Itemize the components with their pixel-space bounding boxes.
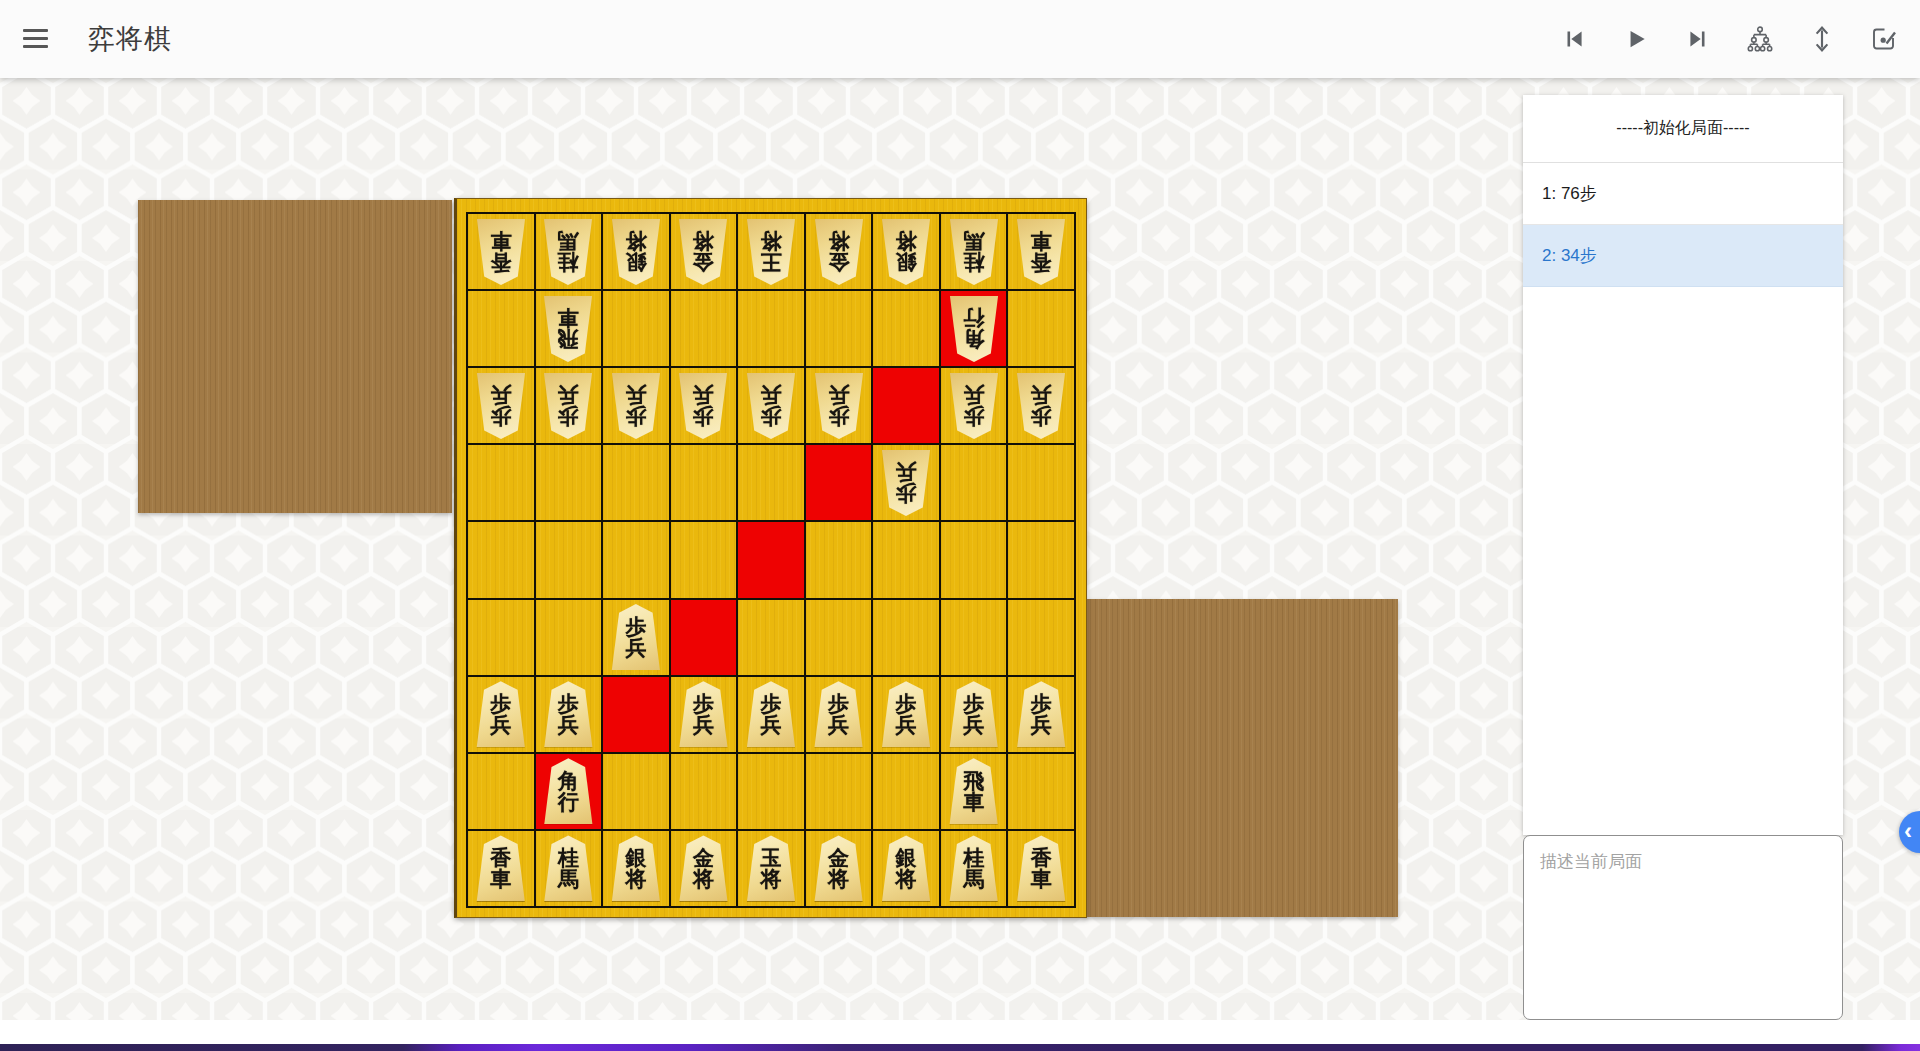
board-square[interactable] bbox=[738, 522, 804, 597]
board-square[interactable]: 香車 bbox=[1008, 831, 1074, 906]
shogi-piece[interactable]: 香車 bbox=[1013, 835, 1069, 901]
shogi-piece[interactable]: 香車 bbox=[473, 219, 529, 285]
board-square[interactable] bbox=[603, 677, 669, 752]
piece-kanji: 兵 bbox=[828, 714, 849, 735]
piece-kanji: 将 bbox=[625, 868, 646, 889]
board-square[interactable] bbox=[468, 754, 534, 829]
shogi-piece[interactable]: 王将 bbox=[743, 219, 799, 285]
position-description-input[interactable] bbox=[1523, 835, 1843, 1020]
shogi-piece[interactable]: 歩兵 bbox=[1013, 373, 1069, 439]
move-list-item[interactable]: 1: 76步 bbox=[1523, 163, 1843, 225]
board-square[interactable]: 歩兵 bbox=[941, 368, 1007, 443]
board-square[interactable] bbox=[941, 600, 1007, 675]
board-square[interactable]: 歩兵 bbox=[468, 368, 534, 443]
piece-kanji: 将 bbox=[760, 230, 781, 251]
board-square[interactable]: 歩兵 bbox=[941, 677, 1007, 752]
piece-kanji: 兵 bbox=[896, 714, 917, 735]
board-square[interactable] bbox=[603, 754, 669, 829]
piece-kanji: 歩 bbox=[760, 693, 781, 714]
piece-kanji: 車 bbox=[1031, 230, 1052, 251]
piece-kanji: 歩 bbox=[760, 406, 781, 427]
shogi-piece[interactable]: 銀将 bbox=[608, 835, 664, 901]
board-square[interactable] bbox=[873, 754, 939, 829]
board-square[interactable]: 玉将 bbox=[738, 831, 804, 906]
piece-kanji: 銀 bbox=[625, 252, 646, 273]
piece-kanji: 車 bbox=[490, 230, 511, 251]
piece-kanji: 兵 bbox=[490, 714, 511, 735]
piece-kanji: 将 bbox=[760, 868, 781, 889]
top-app-bar: 弈将棋 bbox=[0, 0, 1920, 78]
flip-board-icon[interactable] bbox=[1808, 25, 1836, 53]
piece-kanji: 玉 bbox=[760, 847, 781, 868]
piece-kanji: 車 bbox=[963, 791, 984, 812]
board-square[interactable] bbox=[536, 445, 602, 520]
chevron-left-icon: ‹ bbox=[1904, 817, 1912, 845]
board-square[interactable] bbox=[873, 600, 939, 675]
board-square[interactable] bbox=[468, 291, 534, 366]
bottom-progress-bar bbox=[0, 1044, 1920, 1051]
piece-kanji: 金 bbox=[828, 252, 849, 273]
piece-kanji: 歩 bbox=[828, 406, 849, 427]
shogi-piece[interactable]: 歩兵 bbox=[811, 373, 867, 439]
shogi-piece[interactable]: 金将 bbox=[675, 835, 731, 901]
board-square[interactable]: 歩兵 bbox=[671, 368, 737, 443]
board-square[interactable]: 桂馬 bbox=[941, 214, 1007, 289]
play-icon[interactable] bbox=[1622, 25, 1650, 53]
shogi-piece[interactable]: 飛車 bbox=[946, 758, 1002, 824]
board-square[interactable]: 飛車 bbox=[941, 754, 1007, 829]
board-square[interactable] bbox=[873, 368, 939, 443]
shogi-piece[interactable]: 桂馬 bbox=[540, 835, 596, 901]
shogi-piece[interactable]: 歩兵 bbox=[878, 450, 934, 516]
piece-kanji: 桂 bbox=[963, 847, 984, 868]
shogi-piece[interactable]: 銀将 bbox=[878, 219, 934, 285]
board-square[interactable] bbox=[941, 522, 1007, 597]
shogi-board: 香車桂馬銀将金将王将金将銀将桂馬香車飛車角行歩兵歩兵歩兵歩兵歩兵歩兵歩兵歩兵歩兵… bbox=[454, 198, 1087, 918]
skip-next-icon[interactable] bbox=[1684, 25, 1712, 53]
board-square[interactable]: 金将 bbox=[806, 214, 872, 289]
piece-kanji: 桂 bbox=[558, 847, 579, 868]
board-square[interactable]: 歩兵 bbox=[873, 445, 939, 520]
move-list-panel: -----初始化局面----- 1: 76步2: 34步 bbox=[1523, 95, 1843, 835]
piece-kanji: 金 bbox=[693, 252, 714, 273]
board-square[interactable]: 歩兵 bbox=[1008, 368, 1074, 443]
shogi-piece[interactable]: 歩兵 bbox=[473, 681, 529, 747]
board-square[interactable]: 銀将 bbox=[603, 831, 669, 906]
shogi-piece[interactable]: 飛車 bbox=[540, 296, 596, 362]
piece-kanji: 銀 bbox=[625, 847, 646, 868]
board-square[interactable] bbox=[468, 445, 534, 520]
shogi-piece[interactable]: 歩兵 bbox=[473, 373, 529, 439]
toolbar bbox=[1560, 0, 1898, 78]
piece-kanji: 金 bbox=[828, 847, 849, 868]
piece-kanji: 車 bbox=[490, 868, 511, 889]
shogi-piece[interactable]: 角行 bbox=[946, 296, 1002, 362]
board-square[interactable] bbox=[671, 754, 737, 829]
piece-kanji: 兵 bbox=[558, 714, 579, 735]
board-square[interactable] bbox=[1008, 522, 1074, 597]
shogi-piece[interactable]: 歩兵 bbox=[540, 681, 596, 747]
piece-kanji: 将 bbox=[625, 230, 646, 251]
board-square[interactable]: 香車 bbox=[1008, 214, 1074, 289]
menu-icon[interactable] bbox=[23, 29, 48, 48]
shogi-piece[interactable]: 歩兵 bbox=[743, 373, 799, 439]
edit-record-icon[interactable] bbox=[1870, 25, 1898, 53]
piece-kanji: 金 bbox=[693, 847, 714, 868]
board-square[interactable] bbox=[873, 291, 939, 366]
board-square[interactable]: 角行 bbox=[941, 291, 1007, 366]
board-square[interactable]: 歩兵 bbox=[806, 368, 872, 443]
board-square[interactable] bbox=[806, 754, 872, 829]
piece-kanji: 歩 bbox=[693, 406, 714, 427]
piece-kanji: 歩 bbox=[693, 693, 714, 714]
piece-kanji: 将 bbox=[693, 868, 714, 889]
shogi-piece[interactable]: 歩兵 bbox=[878, 681, 934, 747]
piece-kanji: 歩 bbox=[490, 406, 511, 427]
piece-kanji: 香 bbox=[490, 847, 511, 868]
board-square[interactable]: 歩兵 bbox=[603, 600, 669, 675]
board-square[interactable]: 銀将 bbox=[603, 214, 669, 289]
piece-kanji: 銀 bbox=[896, 252, 917, 273]
piece-kanji: 歩 bbox=[896, 483, 917, 504]
shogi-piece[interactable]: 香車 bbox=[473, 835, 529, 901]
shogi-piece[interactable]: 歩兵 bbox=[675, 681, 731, 747]
shogi-piece[interactable]: 歩兵 bbox=[540, 373, 596, 439]
main-content: 香車桂馬銀将金将王将金将銀将桂馬香車飛車角行歩兵歩兵歩兵歩兵歩兵歩兵歩兵歩兵歩兵… bbox=[0, 78, 1920, 1020]
board-square[interactable]: 歩兵 bbox=[738, 368, 804, 443]
piece-kanji: 歩 bbox=[896, 693, 917, 714]
piece-kanji: 将 bbox=[693, 230, 714, 251]
board-square[interactable] bbox=[671, 445, 737, 520]
piece-kanji: 歩 bbox=[963, 693, 984, 714]
board-square[interactable] bbox=[806, 445, 872, 520]
board-square[interactable] bbox=[1008, 445, 1074, 520]
shogi-piece[interactable]: 金将 bbox=[675, 219, 731, 285]
board-square[interactable]: 桂馬 bbox=[941, 831, 1007, 906]
board-square[interactable] bbox=[468, 522, 534, 597]
board-square[interactable]: 歩兵 bbox=[536, 677, 602, 752]
board-square[interactable]: 金将 bbox=[671, 214, 737, 289]
shogi-piece[interactable]: 金将 bbox=[811, 835, 867, 901]
piece-kanji: 兵 bbox=[490, 384, 511, 405]
sente-piece-stand bbox=[1084, 599, 1398, 917]
piece-kanji: 角 bbox=[558, 770, 579, 791]
board-square[interactable] bbox=[671, 291, 737, 366]
piece-kanji: 車 bbox=[1031, 868, 1052, 889]
piece-kanji: 桂 bbox=[558, 252, 579, 273]
board-square[interactable]: 角行 bbox=[536, 754, 602, 829]
piece-kanji: 歩 bbox=[625, 406, 646, 427]
shogi-piece[interactable]: 桂馬 bbox=[540, 219, 596, 285]
shogi-piece[interactable]: 歩兵 bbox=[608, 604, 664, 670]
piece-kanji: 兵 bbox=[963, 384, 984, 405]
piece-kanji: 兵 bbox=[896, 461, 917, 482]
board-square[interactable] bbox=[738, 754, 804, 829]
board-square[interactable]: 飛車 bbox=[536, 291, 602, 366]
board-square[interactable] bbox=[1008, 754, 1074, 829]
page-title: 弈将棋 bbox=[88, 0, 172, 78]
piece-kanji: 桂 bbox=[963, 252, 984, 273]
piece-kanji: 歩 bbox=[558, 693, 579, 714]
piece-kanji: 兵 bbox=[1031, 384, 1052, 405]
piece-kanji: 飛 bbox=[963, 770, 984, 791]
piece-kanji: 香 bbox=[490, 252, 511, 273]
piece-kanji: 歩 bbox=[490, 693, 511, 714]
board-square[interactable]: 歩兵 bbox=[536, 368, 602, 443]
board-square[interactable]: 歩兵 bbox=[738, 677, 804, 752]
piece-kanji: 行 bbox=[963, 307, 984, 328]
board-square[interactable] bbox=[536, 522, 602, 597]
board-square[interactable] bbox=[468, 600, 534, 675]
shogi-piece[interactable]: 歩兵 bbox=[1013, 681, 1069, 747]
shogi-piece[interactable]: 桂馬 bbox=[946, 835, 1002, 901]
board-square[interactable]: 歩兵 bbox=[806, 677, 872, 752]
shogi-piece[interactable]: 歩兵 bbox=[811, 681, 867, 747]
piece-kanji: 歩 bbox=[625, 616, 646, 637]
board-square[interactable] bbox=[806, 600, 872, 675]
board-square[interactable]: 桂馬 bbox=[536, 831, 602, 906]
piece-kanji: 馬 bbox=[558, 230, 579, 251]
board-square[interactable] bbox=[671, 522, 737, 597]
piece-kanji: 馬 bbox=[963, 868, 984, 889]
board-square[interactable]: 歩兵 bbox=[1008, 677, 1074, 752]
piece-kanji: 将 bbox=[828, 230, 849, 251]
board-square[interactable] bbox=[738, 291, 804, 366]
board-square[interactable]: 王将 bbox=[738, 214, 804, 289]
board-square[interactable] bbox=[536, 600, 602, 675]
board-square[interactable] bbox=[738, 445, 804, 520]
piece-kanji: 兵 bbox=[693, 714, 714, 735]
piece-kanji: 兵 bbox=[625, 384, 646, 405]
board-square[interactable]: 金将 bbox=[671, 831, 737, 906]
piece-kanji: 歩 bbox=[963, 406, 984, 427]
piece-kanji: 角 bbox=[963, 329, 984, 350]
piece-kanji: 車 bbox=[558, 307, 579, 328]
board-square[interactable]: 歩兵 bbox=[468, 677, 534, 752]
board-square[interactable] bbox=[603, 445, 669, 520]
board-square[interactable]: 香車 bbox=[468, 831, 534, 906]
shogi-piece[interactable]: 歩兵 bbox=[743, 681, 799, 747]
piece-kanji: 将 bbox=[896, 868, 917, 889]
shogi-piece[interactable]: 歩兵 bbox=[675, 373, 731, 439]
piece-kanji: 兵 bbox=[760, 714, 781, 735]
board-square[interactable]: 金将 bbox=[806, 831, 872, 906]
piece-kanji: 兵 bbox=[760, 384, 781, 405]
board-square[interactable]: 歩兵 bbox=[671, 677, 737, 752]
board-square[interactable] bbox=[873, 522, 939, 597]
piece-kanji: 歩 bbox=[558, 406, 579, 427]
shogi-piece[interactable]: 歩兵 bbox=[946, 681, 1002, 747]
move-list-header: -----初始化局面----- bbox=[1523, 95, 1843, 163]
shogi-piece[interactable]: 桂馬 bbox=[946, 219, 1002, 285]
bottom-gap bbox=[0, 1020, 1920, 1044]
piece-kanji: 王 bbox=[760, 252, 781, 273]
piece-kanji: 兵 bbox=[828, 384, 849, 405]
piece-kanji: 歩 bbox=[1031, 693, 1052, 714]
shogi-piece[interactable]: 銀将 bbox=[878, 835, 934, 901]
board-square[interactable] bbox=[941, 445, 1007, 520]
piece-kanji: 行 bbox=[558, 791, 579, 812]
piece-kanji: 兵 bbox=[625, 637, 646, 658]
piece-kanji: 馬 bbox=[963, 230, 984, 251]
piece-kanji: 香 bbox=[1031, 847, 1052, 868]
shogi-piece[interactable]: 歩兵 bbox=[946, 373, 1002, 439]
shogi-piece[interactable]: 金将 bbox=[811, 219, 867, 285]
piece-kanji: 銀 bbox=[896, 847, 917, 868]
piece-kanji: 飛 bbox=[558, 329, 579, 350]
board-square[interactable] bbox=[806, 291, 872, 366]
variation-tree-icon[interactable] bbox=[1746, 25, 1774, 53]
board-square[interactable] bbox=[806, 522, 872, 597]
shogi-piece[interactable]: 香車 bbox=[1013, 219, 1069, 285]
piece-kanji: 兵 bbox=[1031, 714, 1052, 735]
board-square[interactable] bbox=[603, 522, 669, 597]
piece-kanji: 将 bbox=[828, 868, 849, 889]
board-square[interactable] bbox=[1008, 600, 1074, 675]
gote-piece-stand bbox=[138, 200, 452, 513]
piece-kanji: 香 bbox=[1031, 252, 1052, 273]
move-list-item[interactable]: 2: 34步 bbox=[1523, 225, 1843, 287]
piece-kanji: 兵 bbox=[963, 714, 984, 735]
board-square[interactable] bbox=[1008, 291, 1074, 366]
shogi-piece[interactable]: 角行 bbox=[540, 758, 596, 824]
board-square[interactable]: 桂馬 bbox=[536, 214, 602, 289]
board-square[interactable] bbox=[603, 291, 669, 366]
shogi-piece[interactable]: 玉将 bbox=[743, 835, 799, 901]
piece-kanji: 馬 bbox=[558, 868, 579, 889]
piece-kanji: 兵 bbox=[558, 384, 579, 405]
skip-previous-icon[interactable] bbox=[1560, 25, 1588, 53]
board-square[interactable]: 銀将 bbox=[873, 214, 939, 289]
shogi-piece[interactable]: 銀将 bbox=[608, 219, 664, 285]
piece-kanji: 将 bbox=[896, 230, 917, 251]
shogi-board-grid: 香車桂馬銀将金将王将金将銀将桂馬香車飛車角行歩兵歩兵歩兵歩兵歩兵歩兵歩兵歩兵歩兵… bbox=[466, 212, 1076, 908]
board-square[interactable] bbox=[738, 600, 804, 675]
shogi-piece[interactable]: 歩兵 bbox=[608, 373, 664, 439]
board-square[interactable]: 銀将 bbox=[873, 831, 939, 906]
piece-kanji: 歩 bbox=[1031, 406, 1052, 427]
board-square[interactable]: 歩兵 bbox=[603, 368, 669, 443]
board-square[interactable]: 歩兵 bbox=[873, 677, 939, 752]
piece-kanji: 歩 bbox=[828, 693, 849, 714]
board-square[interactable]: 香車 bbox=[468, 214, 534, 289]
board-square[interactable] bbox=[671, 600, 737, 675]
piece-kanji: 兵 bbox=[693, 384, 714, 405]
